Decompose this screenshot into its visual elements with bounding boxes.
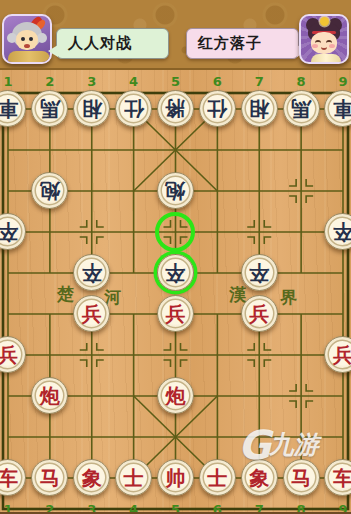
piece-glyph: 炮	[40, 386, 60, 406]
piece-glyph: 象	[249, 468, 269, 488]
game-screen: 人人对战 红方落子 楚 河 漢 界 123456789	[0, 0, 351, 514]
piece-glyph: 馬	[291, 99, 311, 119]
last-move-origin-ring	[155, 212, 195, 252]
black-piece-將[interactable]: 將	[157, 90, 194, 127]
file-number: 5	[171, 74, 180, 89]
file-number: 8	[297, 74, 306, 89]
piece-glyph: 炮	[165, 181, 185, 201]
mode-label: 人人对战	[68, 34, 132, 53]
mode-bubble: 人人对战	[56, 28, 169, 59]
black-piece-車[interactable]: 車	[0, 90, 26, 127]
piece-glyph: 卒	[333, 222, 351, 242]
piece-glyph: 炮	[40, 181, 60, 201]
black-piece-卒[interactable]: 卒	[241, 254, 278, 291]
bubble-tail	[48, 45, 58, 57]
piece-glyph: 马	[40, 468, 60, 488]
black-piece-卒[interactable]: 卒	[324, 213, 351, 250]
piece-glyph: 馬	[40, 99, 60, 119]
piece-glyph: 兵	[249, 304, 269, 324]
piece-glyph: 士	[207, 468, 227, 488]
file-number: 1	[3, 74, 12, 89]
red-piece-兵[interactable]: 兵	[157, 295, 194, 332]
right-player-avatar[interactable]	[299, 14, 349, 64]
piece-glyph: 仕	[207, 99, 227, 119]
watermark-logo: G	[238, 422, 271, 468]
general-hair-icon	[37, 33, 47, 43]
piece-glyph: 將	[165, 99, 185, 119]
red-piece-炮[interactable]: 炮	[31, 377, 68, 414]
red-piece-兵[interactable]: 兵	[241, 295, 278, 332]
piece-glyph: 车	[0, 468, 18, 488]
black-piece-馬[interactable]: 馬	[31, 90, 68, 127]
file-number: 4	[129, 74, 138, 89]
left-player-avatar[interactable]	[2, 14, 52, 64]
blush-icon	[312, 44, 318, 48]
mouth-icon	[321, 44, 327, 50]
piece-glyph: 兵	[165, 304, 185, 324]
gold-flower-icon	[320, 17, 329, 26]
red-piece-士[interactable]: 士	[115, 459, 152, 496]
piece-glyph: 帅	[165, 468, 185, 488]
piece-glyph: 象	[82, 468, 102, 488]
watermark: G九游	[238, 422, 319, 468]
file-number: 6	[213, 74, 222, 89]
black-piece-卒[interactable]: 卒	[0, 213, 26, 250]
black-piece-相[interactable]: 相	[241, 90, 278, 127]
xiangqi-board[interactable]: 楚 河 漢 界 123456789 123456789 車馬相仕將仕相馬車炮炮卒…	[0, 68, 351, 514]
piece-glyph: 仕	[124, 99, 144, 119]
turn-label: 红方落子	[198, 34, 262, 53]
collar-icon	[311, 54, 341, 64]
mouth-icon	[24, 44, 30, 48]
red-piece-炮[interactable]: 炮	[157, 377, 194, 414]
red-piece-车[interactable]: 车	[0, 459, 26, 496]
piece-glyph: 相	[82, 99, 102, 119]
piece-glyph: 兵	[0, 345, 18, 365]
red-piece-兵[interactable]: 兵	[73, 295, 110, 332]
file-number: 2	[45, 74, 54, 89]
red-piece-帅[interactable]: 帅	[157, 459, 194, 496]
red-piece-车[interactable]: 车	[324, 459, 351, 496]
piece-glyph: 卒	[0, 222, 18, 242]
piece-glyph: 士	[124, 468, 144, 488]
eye-icon	[21, 37, 25, 41]
watermark-text: 九游	[269, 430, 319, 459]
piece-glyph: 兵	[82, 304, 102, 324]
black-piece-炮[interactable]: 炮	[157, 172, 194, 209]
piece-glyph: 马	[291, 468, 311, 488]
file-number: 3	[87, 74, 96, 89]
piece-glyph: 卒	[165, 263, 185, 283]
piece-glyph: 炮	[165, 386, 185, 406]
file-number: 9	[338, 74, 347, 89]
red-piece-兵[interactable]: 兵	[324, 336, 351, 373]
black-piece-卒[interactable]: 卒	[157, 254, 194, 291]
black-piece-相[interactable]: 相	[73, 90, 110, 127]
red-piece-兵[interactable]: 兵	[0, 336, 26, 373]
black-piece-炮[interactable]: 炮	[31, 172, 68, 209]
piece-glyph: 相	[249, 99, 269, 119]
red-piece-马[interactable]: 马	[31, 459, 68, 496]
eye-icon	[29, 37, 33, 41]
blush-icon	[329, 44, 335, 48]
piece-glyph: 車	[0, 99, 18, 119]
black-piece-車[interactable]: 車	[324, 90, 351, 127]
black-piece-卒[interactable]: 卒	[73, 254, 110, 291]
turn-indicator-bubble: 红方落子	[186, 28, 299, 59]
piece-glyph: 车	[333, 468, 351, 488]
piece-glyph: 車	[333, 99, 351, 119]
red-piece-士[interactable]: 士	[199, 459, 236, 496]
piece-glyph: 卒	[82, 263, 102, 283]
black-piece-仕[interactable]: 仕	[115, 90, 152, 127]
black-piece-仕[interactable]: 仕	[199, 90, 236, 127]
piece-glyph: 兵	[333, 345, 351, 365]
red-piece-象[interactable]: 象	[73, 459, 110, 496]
black-piece-馬[interactable]: 馬	[283, 90, 320, 127]
file-number: 7	[255, 74, 264, 89]
piece-glyph: 卒	[249, 263, 269, 283]
general-armor-icon	[8, 51, 50, 64]
